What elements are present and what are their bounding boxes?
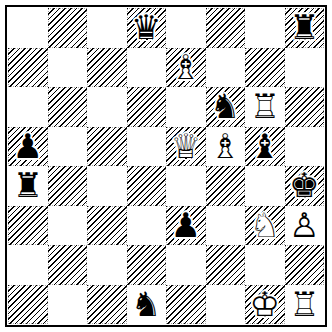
white-bishop-f5: ♝♗ xyxy=(206,127,246,167)
black-rook-glyph: ♜ xyxy=(8,166,48,206)
white-king-glyph: ♔ xyxy=(245,285,285,325)
piece-halo: ♝ xyxy=(166,48,206,88)
square-a4[interactable]: ♜♜ xyxy=(8,166,48,206)
square-c3[interactable] xyxy=(87,206,127,246)
white-rook-glyph: ♖ xyxy=(285,285,325,325)
square-f2[interactable] xyxy=(206,245,246,285)
square-f3[interactable] xyxy=(206,206,246,246)
white-pawn-glyph: ♙ xyxy=(285,206,325,246)
black-queen-glyph: ♛ xyxy=(127,8,167,48)
black-pawn-glyph: ♟ xyxy=(8,127,48,167)
square-c1[interactable] xyxy=(87,285,127,325)
black-bishop-glyph: ♝ xyxy=(245,127,285,167)
square-a6[interactable] xyxy=(8,87,48,127)
square-g6[interactable]: ♜♖ xyxy=(245,87,285,127)
square-g4[interactable] xyxy=(245,166,285,206)
square-g5[interactable]: ♝♝ xyxy=(245,127,285,167)
square-g2[interactable] xyxy=(245,245,285,285)
white-bishop-e7: ♝♗ xyxy=(166,48,206,88)
square-f5[interactable]: ♝♗ xyxy=(206,127,246,167)
square-b8[interactable] xyxy=(48,8,88,48)
square-h6[interactable] xyxy=(285,87,325,127)
square-b4[interactable] xyxy=(48,166,88,206)
square-f1[interactable] xyxy=(206,285,246,325)
square-h7[interactable] xyxy=(285,48,325,88)
square-c6[interactable] xyxy=(87,87,127,127)
black-knight-glyph: ♞ xyxy=(127,285,167,325)
square-a1[interactable] xyxy=(8,285,48,325)
white-knight-g3: ♞♘ xyxy=(245,206,285,246)
chess-diagram: ♛♛♜♜♝♗♞♞♜♖♟♟♛♕♝♗♝♝♜♜♚♚♟♟♞♘♟♙♞♞♚♔♜♖ xyxy=(0,0,332,332)
white-king-g1: ♚♔ xyxy=(245,285,285,325)
square-f8[interactable] xyxy=(206,8,246,48)
white-pawn-h3: ♟♙ xyxy=(285,206,325,246)
square-e1[interactable] xyxy=(166,285,206,325)
square-b2[interactable] xyxy=(48,245,88,285)
square-b6[interactable] xyxy=(48,87,88,127)
square-c8[interactable] xyxy=(87,8,127,48)
piece-halo: ♚ xyxy=(285,166,325,206)
square-e4[interactable] xyxy=(166,166,206,206)
square-c5[interactable] xyxy=(87,127,127,167)
piece-halo: ♟ xyxy=(8,127,48,167)
square-d7[interactable] xyxy=(127,48,167,88)
square-e5[interactable]: ♛♕ xyxy=(166,127,206,167)
square-d3[interactable] xyxy=(127,206,167,246)
chess-board: ♛♛♜♜♝♗♞♞♜♖♟♟♛♕♝♗♝♝♜♜♚♚♟♟♞♘♟♙♞♞♚♔♜♖ xyxy=(8,8,324,324)
square-b1[interactable] xyxy=(48,285,88,325)
black-bishop-g5: ♝♝ xyxy=(245,127,285,167)
square-c7[interactable] xyxy=(87,48,127,88)
square-d4[interactable] xyxy=(127,166,167,206)
piece-halo: ♟ xyxy=(285,206,325,246)
black-rook-glyph: ♜ xyxy=(285,8,325,48)
white-rook-glyph: ♖ xyxy=(245,87,285,127)
white-rook-h1: ♜♖ xyxy=(285,285,325,325)
black-pawn-glyph: ♟ xyxy=(166,206,206,246)
black-rook-h8: ♜♜ xyxy=(285,8,325,48)
black-pawn-e3: ♟♟ xyxy=(166,206,206,246)
square-g8[interactable] xyxy=(245,8,285,48)
square-h2[interactable] xyxy=(285,245,325,285)
square-a7[interactable] xyxy=(8,48,48,88)
white-bishop-glyph: ♗ xyxy=(166,48,206,88)
square-b3[interactable] xyxy=(48,206,88,246)
black-knight-d1: ♞♞ xyxy=(127,285,167,325)
piece-halo: ♝ xyxy=(245,127,285,167)
piece-halo: ♛ xyxy=(166,127,206,167)
white-rook-g6: ♜♖ xyxy=(245,87,285,127)
square-c2[interactable] xyxy=(87,245,127,285)
black-king-h4: ♚♚ xyxy=(285,166,325,206)
square-a3[interactable] xyxy=(8,206,48,246)
square-e8[interactable] xyxy=(166,8,206,48)
piece-halo: ♜ xyxy=(8,166,48,206)
piece-halo: ♜ xyxy=(245,87,285,127)
square-f6[interactable]: ♞♞ xyxy=(206,87,246,127)
square-f7[interactable] xyxy=(206,48,246,88)
square-d2[interactable] xyxy=(127,245,167,285)
square-e2[interactable] xyxy=(166,245,206,285)
square-e6[interactable] xyxy=(166,87,206,127)
board-frame: ♛♛♜♜♝♗♞♞♜♖♟♟♛♕♝♗♝♝♜♜♚♚♟♟♞♘♟♙♞♞♚♔♜♖ xyxy=(5,5,327,327)
square-d5[interactable] xyxy=(127,127,167,167)
square-a8[interactable] xyxy=(8,8,48,48)
square-h3[interactable]: ♟♙ xyxy=(285,206,325,246)
piece-halo: ♛ xyxy=(127,8,167,48)
white-queen-e5: ♛♕ xyxy=(166,127,206,167)
black-knight-glyph: ♞ xyxy=(206,87,246,127)
black-pawn-a5: ♟♟ xyxy=(8,127,48,167)
piece-halo: ♜ xyxy=(285,8,325,48)
square-h5[interactable] xyxy=(285,127,325,167)
square-d6[interactable] xyxy=(127,87,167,127)
square-e7[interactable]: ♝♗ xyxy=(166,48,206,88)
piece-halo: ♜ xyxy=(285,285,325,325)
square-h1[interactable]: ♜♖ xyxy=(285,285,325,325)
square-e3[interactable]: ♟♟ xyxy=(166,206,206,246)
black-king-glyph: ♚ xyxy=(285,166,325,206)
square-d1[interactable]: ♞♞ xyxy=(127,285,167,325)
square-g7[interactable] xyxy=(245,48,285,88)
piece-halo: ♟ xyxy=(166,206,206,246)
black-queen-d8: ♛♛ xyxy=(127,8,167,48)
square-d8[interactable]: ♛♛ xyxy=(127,8,167,48)
square-f4[interactable] xyxy=(206,166,246,206)
square-a5[interactable]: ♟♟ xyxy=(8,127,48,167)
piece-halo: ♞ xyxy=(206,87,246,127)
piece-halo: ♞ xyxy=(127,285,167,325)
square-a2[interactable] xyxy=(8,245,48,285)
square-b7[interactable] xyxy=(48,48,88,88)
square-g1[interactable]: ♚♔ xyxy=(245,285,285,325)
piece-halo: ♞ xyxy=(245,206,285,246)
white-bishop-glyph: ♗ xyxy=(206,127,246,167)
black-knight-f6: ♞♞ xyxy=(206,87,246,127)
black-rook-a4: ♜♜ xyxy=(8,166,48,206)
white-queen-glyph: ♕ xyxy=(166,127,206,167)
square-h8[interactable]: ♜♜ xyxy=(285,8,325,48)
square-c4[interactable] xyxy=(87,166,127,206)
piece-halo: ♚ xyxy=(245,285,285,325)
piece-halo: ♝ xyxy=(206,127,246,167)
square-g3[interactable]: ♞♘ xyxy=(245,206,285,246)
square-b5[interactable] xyxy=(48,127,88,167)
square-h4[interactable]: ♚♚ xyxy=(285,166,325,206)
white-knight-glyph: ♘ xyxy=(245,206,285,246)
